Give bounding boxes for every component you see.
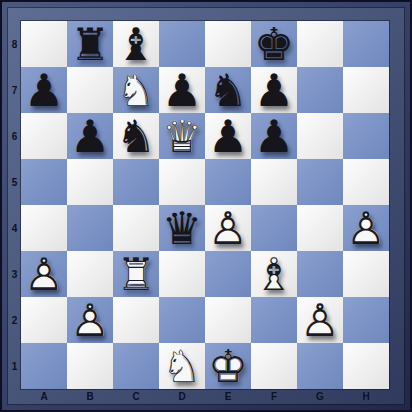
piece-black-pawn-e6[interactable]: ♟ [205,113,251,159]
piece-glyph-fill: ♞ [113,67,159,113]
square-e7[interactable]: ♞ [205,67,251,113]
piece-glyph-fill: ♟ [343,205,389,251]
square-c6[interactable]: ♞ [113,113,159,159]
piece-glyph-line: ♙ [297,297,343,343]
square-f3[interactable]: ♝♗ [251,251,297,297]
piece-glyph-line: ♙ [205,205,251,251]
piece-glyph-fill: ♟ [21,251,67,297]
square-a3[interactable]: ♟♙ [21,251,67,297]
square-h3[interactable] [343,251,389,297]
file-label-h: H [343,389,389,404]
piece-white-pawn-a3[interactable]: ♟♙ [21,251,67,297]
square-d7[interactable]: ♟ [159,67,205,113]
file-label-g: G [297,389,343,404]
piece-white-knight-d1[interactable]: ♞♘ [159,343,205,389]
file-labels: ABCDEFGH [21,389,389,404]
piece-glyph-fill: ♞ [159,343,205,389]
square-a1[interactable] [21,343,67,389]
square-f7[interactable]: ♟ [251,67,297,113]
piece-black-knight-c6[interactable]: ♞ [113,113,159,159]
piece-white-bishop-f3[interactable]: ♝♗ [251,251,297,297]
piece-glyph-fill: ♞ [205,67,251,113]
square-g7[interactable] [297,67,343,113]
square-b8[interactable]: ♜ [67,21,113,67]
piece-black-queen-d4[interactable]: ♛ [159,205,205,251]
square-h2[interactable] [343,297,389,343]
piece-glyph-fill: ♟ [205,113,251,159]
piece-glyph-fill: ♟ [21,67,67,113]
piece-glyph-fill: ♛ [159,113,205,159]
piece-glyph-line: ♗ [251,251,297,297]
piece-glyph-line: ♕ [159,113,205,159]
piece-black-pawn-f7[interactable]: ♟ [251,67,297,113]
square-f1[interactable] [251,343,297,389]
square-g6[interactable] [297,113,343,159]
piece-glyph-fill: ♟ [67,297,113,343]
square-d3[interactable] [159,251,205,297]
file-label-a: A [21,389,67,404]
piece-glyph-fill: ♟ [205,205,251,251]
square-h6[interactable] [343,113,389,159]
square-e3[interactable] [205,251,251,297]
piece-glyph-fill: ♚ [251,21,297,67]
rank-label-3: 3 [8,251,21,297]
piece-glyph-line: ♘ [113,67,159,113]
square-f4[interactable] [251,205,297,251]
square-c8[interactable]: ♝ [113,21,159,67]
square-b7[interactable] [67,67,113,113]
square-e8[interactable] [205,21,251,67]
file-label-c: C [113,389,159,404]
rank-label-1: 1 [8,343,21,389]
square-a4[interactable] [21,205,67,251]
square-c2[interactable] [113,297,159,343]
rank-label-8: 8 [8,21,21,67]
square-e5[interactable] [205,159,251,205]
piece-glyph-fill: ♚ [205,343,251,389]
piece-glyph-fill: ♝ [113,21,159,67]
square-e2[interactable] [205,297,251,343]
square-c3[interactable]: ♜♖ [113,251,159,297]
square-b1[interactable] [67,343,113,389]
piece-white-queen-d6[interactable]: ♛♕ [159,113,205,159]
piece-black-pawn-f6[interactable]: ♟ [251,113,297,159]
file-label-b: B [67,389,113,404]
square-g1[interactable] [297,343,343,389]
piece-black-king-f8[interactable]: ♚ [251,21,297,67]
piece-glyph-fill: ♜ [113,251,159,297]
square-g2[interactable]: ♟♙ [297,297,343,343]
piece-glyph-fill: ♟ [251,67,297,113]
piece-glyph-line: ♔ [205,343,251,389]
piece-glyph-line: ♙ [21,251,67,297]
rank-label-4: 4 [8,205,21,251]
square-a7[interactable]: ♟ [21,67,67,113]
piece-glyph-line: ♙ [67,297,113,343]
square-d5[interactable] [159,159,205,205]
rank-label-6: 6 [8,113,21,159]
square-a6[interactable] [21,113,67,159]
piece-black-bishop-c8[interactable]: ♝ [113,21,159,67]
square-b4[interactable] [67,205,113,251]
square-e6[interactable]: ♟ [205,113,251,159]
piece-white-knight-c7[interactable]: ♞♘ [113,67,159,113]
rank-labels: 87654321 [8,21,21,389]
square-d2[interactable] [159,297,205,343]
square-f2[interactable] [251,297,297,343]
square-h1[interactable] [343,343,389,389]
board-frame: 87654321 ABCDEFGH ♜♝♚♟♞♘♟♞♟♟♞♛♕♟♟♛♟♙♟♙♟♙… [0,0,412,412]
file-label-f: F [251,389,297,404]
square-f6[interactable]: ♟ [251,113,297,159]
square-a5[interactable] [21,159,67,205]
square-g5[interactable] [297,159,343,205]
piece-black-pawn-a7[interactable]: ♟ [21,67,67,113]
piece-glyph-fill: ♝ [251,251,297,297]
piece-white-pawn-h4[interactable]: ♟♙ [343,205,389,251]
square-h5[interactable] [343,159,389,205]
piece-white-pawn-g2[interactable]: ♟♙ [297,297,343,343]
square-e1[interactable]: ♚♔ [205,343,251,389]
square-f5[interactable] [251,159,297,205]
square-b2[interactable]: ♟♙ [67,297,113,343]
piece-white-pawn-b2[interactable]: ♟♙ [67,297,113,343]
piece-black-rook-b8[interactable]: ♜ [67,21,113,67]
square-e4[interactable]: ♟♙ [205,205,251,251]
square-a2[interactable] [21,297,67,343]
piece-black-pawn-d7[interactable]: ♟ [159,67,205,113]
square-d8[interactable] [159,21,205,67]
square-d4[interactable]: ♛ [159,205,205,251]
square-c5[interactable] [113,159,159,205]
file-label-e: E [205,389,251,404]
piece-glyph-fill: ♜ [67,21,113,67]
rank-label-2: 2 [8,297,21,343]
square-d1[interactable]: ♞♘ [159,343,205,389]
piece-glyph-fill: ♟ [297,297,343,343]
square-h7[interactable] [343,67,389,113]
file-label-d: D [159,389,205,404]
square-a8[interactable] [21,21,67,67]
square-c7[interactable]: ♞♘ [113,67,159,113]
piece-glyph-fill: ♟ [67,113,113,159]
piece-glyph-fill: ♛ [159,205,205,251]
piece-glyph-line: ♖ [113,251,159,297]
square-c1[interactable] [113,343,159,389]
square-c4[interactable] [113,205,159,251]
square-g8[interactable] [297,21,343,67]
piece-white-rook-c3[interactable]: ♜♖ [113,251,159,297]
square-b5[interactable] [67,159,113,205]
square-g4[interactable] [297,205,343,251]
chessboard: ♜♝♚♟♞♘♟♞♟♟♞♛♕♟♟♛♟♙♟♙♟♙♜♖♝♗♟♙♟♙♞♘♚♔ [21,21,389,389]
square-d6[interactable]: ♛♕ [159,113,205,159]
square-g3[interactable] [297,251,343,297]
piece-black-pawn-b6[interactable]: ♟ [67,113,113,159]
square-b3[interactable] [67,251,113,297]
square-f8[interactable]: ♚ [251,21,297,67]
piece-glyph-fill: ♟ [159,67,205,113]
square-h8[interactable] [343,21,389,67]
square-b6[interactable]: ♟ [67,113,113,159]
rank-label-5: 5 [8,159,21,205]
piece-black-knight-e7[interactable]: ♞ [205,67,251,113]
square-h4[interactable]: ♟♙ [343,205,389,251]
piece-glyph-fill: ♞ [113,113,159,159]
rank-label-7: 7 [8,67,21,113]
piece-glyph-line: ♘ [159,343,205,389]
piece-glyph-fill: ♟ [251,113,297,159]
piece-white-pawn-e4[interactable]: ♟♙ [205,205,251,251]
piece-white-king-e1[interactable]: ♚♔ [205,343,251,389]
piece-glyph-line: ♙ [343,205,389,251]
